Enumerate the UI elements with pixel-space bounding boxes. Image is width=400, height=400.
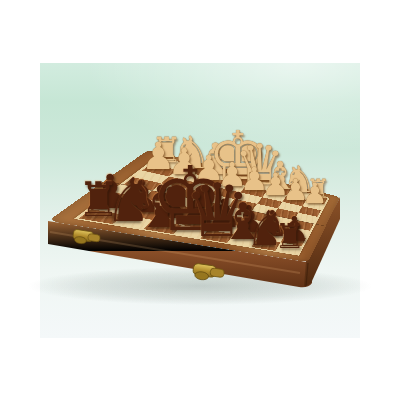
- chess-set-scene: ♜♞♝♛♚♝♞♜♟♟♟♟♟♟♟♟♟♟♟♟♟♟♟♟♜♞♝♛♚♝♞♜: [0, 0, 400, 400]
- product-photo: ♜♞♝♛♚♝♞♜♟♟♟♟♟♟♟♟♟♟♟♟♟♟♟♟♜♞♝♛♚♝♞♜: [0, 0, 400, 400]
